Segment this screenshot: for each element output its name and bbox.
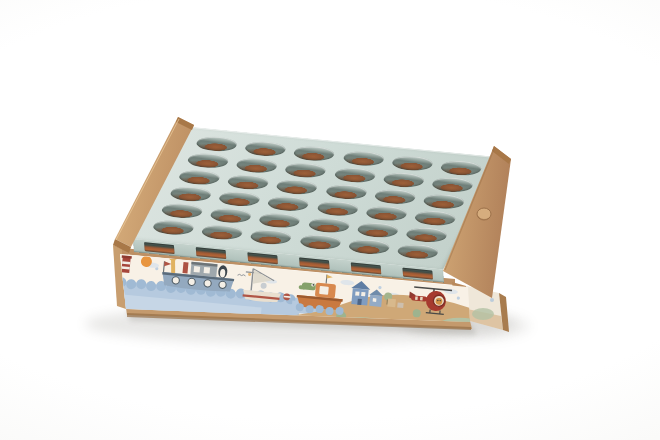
product-photo-scene: [0, 0, 660, 440]
right-rail: [443, 146, 511, 298]
left-rail: [113, 117, 194, 253]
wood-frame-layer: [0, 0, 660, 440]
wood-peg: [477, 208, 491, 220]
